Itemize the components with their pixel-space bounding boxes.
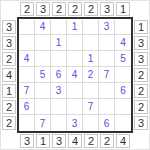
cell-r2c7[interactable]: 4: [115, 35, 131, 51]
cell-r4c1[interactable]: [19, 67, 35, 83]
clue-right-3: 3: [134, 52, 148, 66]
cell-r6c4[interactable]: [67, 99, 83, 115]
clue-left-3: 2: [2, 52, 16, 66]
clue-left-5: 1: [2, 84, 16, 98]
cell-r1c1[interactable]: [19, 19, 35, 35]
clue-bottom-1: 3: [20, 134, 34, 148]
cell-r1c2[interactable]: 4: [35, 19, 51, 35]
cell-r6c1[interactable]: 6: [19, 99, 35, 115]
clue-left-4: 4: [2, 68, 16, 82]
cell-r4c4[interactable]: 4: [67, 67, 83, 83]
puzzle-page: 2322231 3324122 413144155642773667736 13…: [0, 0, 150, 150]
clue-right-7: 3: [134, 116, 148, 130]
cell-r7c3[interactable]: [51, 115, 67, 131]
cell-r7c4[interactable]: 3: [67, 115, 83, 131]
clue-left-1: 3: [2, 20, 16, 34]
clue-top-3: 2: [52, 2, 66, 16]
cell-r2c1[interactable]: [19, 35, 35, 51]
cell-r5c1[interactable]: 7: [19, 83, 35, 99]
clue-right-5: 2: [134, 84, 148, 98]
cell-r1c3[interactable]: [51, 19, 67, 35]
cell-r4c7[interactable]: [115, 67, 131, 83]
cell-r5c2[interactable]: [35, 83, 51, 99]
clue-bottom-3: 3: [52, 134, 66, 148]
cell-r7c1[interactable]: [19, 115, 35, 131]
cell-r3c4[interactable]: [67, 51, 83, 67]
cell-r3c2[interactable]: [35, 51, 51, 67]
right-clues: 1332223: [134, 17, 148, 133]
cell-r7c6[interactable]: 6: [99, 115, 115, 131]
clue-top-4: 2: [68, 2, 82, 16]
cell-r3c5[interactable]: 1: [83, 51, 99, 67]
cell-r2c3[interactable]: 1: [51, 35, 67, 51]
clue-right-1: 1: [134, 20, 148, 34]
clue-top-2: 3: [36, 2, 50, 16]
cell-r3c7[interactable]: 5: [115, 51, 131, 67]
cell-r3c6[interactable]: [99, 51, 115, 67]
cell-r3c3[interactable]: [51, 51, 67, 67]
cell-r1c7[interactable]: [115, 19, 131, 35]
cell-r6c3[interactable]: [51, 99, 67, 115]
clue-top-7: 1: [116, 2, 130, 16]
corner-top-left: [2, 2, 16, 16]
corner-top-right: [134, 2, 148, 16]
cell-r1c5[interactable]: [83, 19, 99, 35]
cell-r5c7[interactable]: 6: [115, 83, 131, 99]
clue-right-6: 2: [134, 100, 148, 114]
clue-right-4: 2: [134, 68, 148, 82]
cell-r5c4[interactable]: [67, 83, 83, 99]
cell-r2c5[interactable]: [83, 35, 99, 51]
left-clues: 3324122: [2, 17, 16, 133]
cell-r3c1[interactable]: 4: [19, 51, 35, 67]
clue-right-2: 3: [134, 36, 148, 50]
cell-r2c6[interactable]: [99, 35, 115, 51]
clue-bottom-6: 2: [100, 134, 114, 148]
cell-r4c3[interactable]: 6: [51, 67, 67, 83]
cell-r6c2[interactable]: [35, 99, 51, 115]
clue-bottom-5: 2: [84, 134, 98, 148]
clue-left-6: 2: [2, 100, 16, 114]
clue-bottom-4: 4: [68, 134, 82, 148]
cell-r1c6[interactable]: 3: [99, 19, 115, 35]
clue-bottom-7: 4: [116, 134, 130, 148]
puzzle-grid: 413144155642773667736: [17, 17, 133, 133]
bottom-clues: 3134224: [17, 134, 133, 148]
cell-r6c7[interactable]: [115, 99, 131, 115]
cell-r4c6[interactable]: 7: [99, 67, 115, 83]
clue-top-6: 3: [100, 2, 114, 16]
clue-left-7: 2: [2, 116, 16, 130]
clue-bottom-2: 1: [36, 134, 50, 148]
corner-bottom-right: [134, 134, 148, 148]
clue-top-1: 2: [20, 2, 34, 16]
cell-r5c6[interactable]: [99, 83, 115, 99]
cell-r4c5[interactable]: 2: [83, 67, 99, 83]
top-clues: 2322231: [17, 2, 133, 16]
cell-r4c2[interactable]: 5: [35, 67, 51, 83]
cell-r1c4[interactable]: 1: [67, 19, 83, 35]
cell-r2c2[interactable]: [35, 35, 51, 51]
cell-r6c6[interactable]: [99, 99, 115, 115]
cell-r2c4[interactable]: [67, 35, 83, 51]
clue-left-2: 3: [2, 36, 16, 50]
cell-r7c2[interactable]: 7: [35, 115, 51, 131]
corner-bottom-left: [2, 134, 16, 148]
cell-r7c5[interactable]: [83, 115, 99, 131]
cell-r5c3[interactable]: 3: [51, 83, 67, 99]
cell-r7c7[interactable]: [115, 115, 131, 131]
skyscrapers-board: 2322231 3324122 413144155642773667736 13…: [2, 2, 148, 148]
cell-r6c5[interactable]: 7: [83, 99, 99, 115]
clue-top-5: 2: [84, 2, 98, 16]
cell-r5c5[interactable]: [83, 83, 99, 99]
